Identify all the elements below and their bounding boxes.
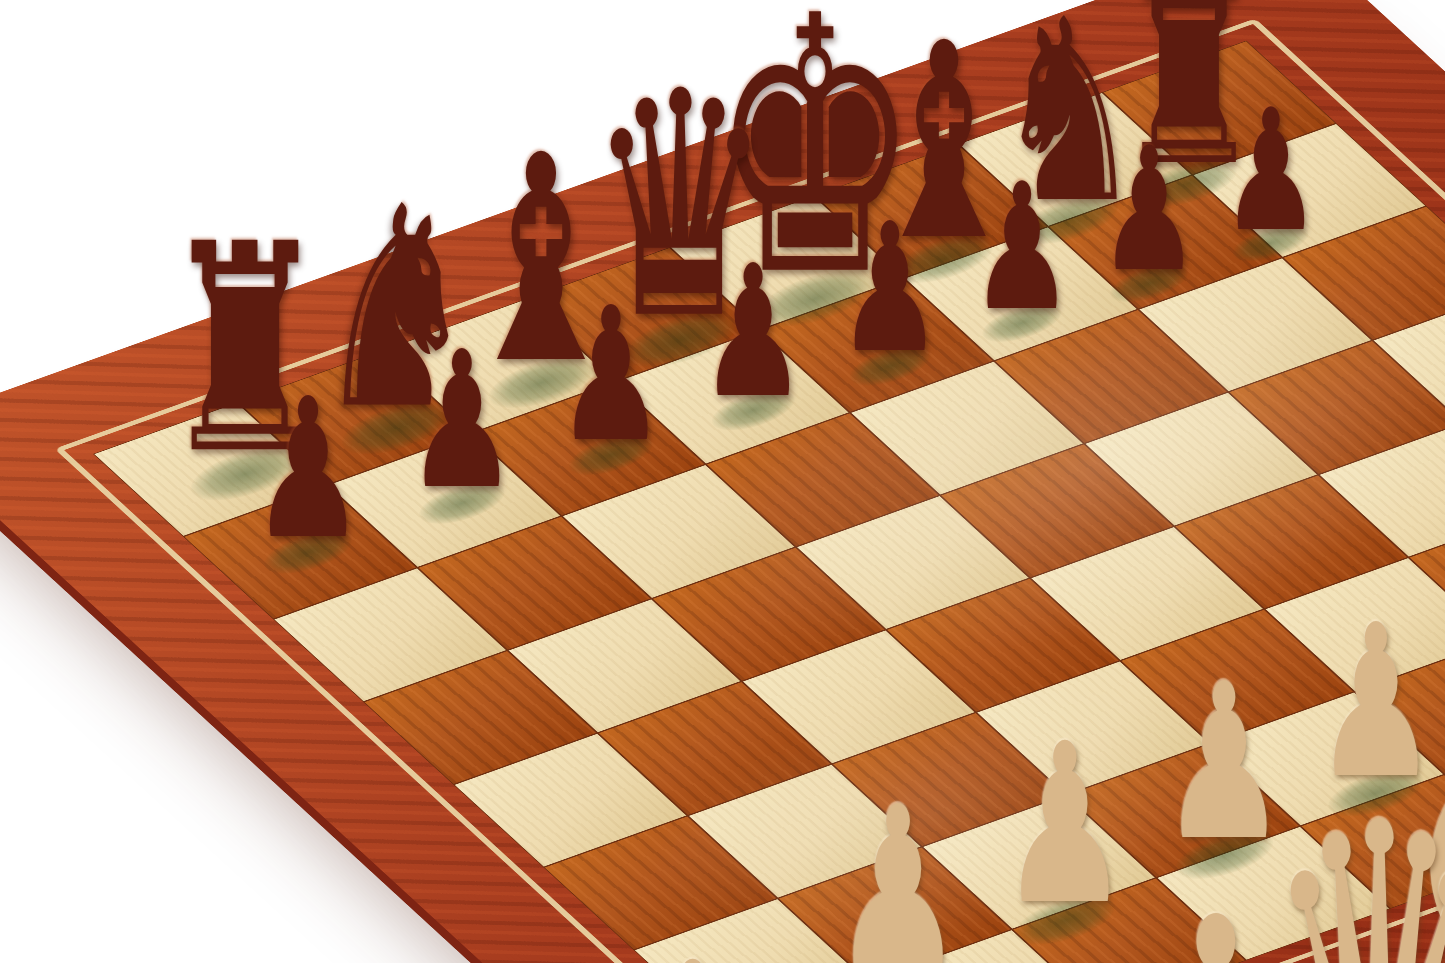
chess-board [0, 0, 1445, 963]
chessboard-photo-scene: ♜♞♝♛♚♝♞♜♟♟♟♟♟♟♟♟♟♟♟♟♟♟♟♞♝♛♚♝ Standard ch… [0, 0, 1445, 963]
board-grid [93, 41, 1445, 963]
